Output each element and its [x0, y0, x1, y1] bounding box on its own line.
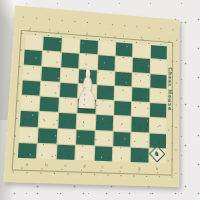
- file-label-a: a: [17, 159, 37, 169]
- square-c8: [62, 38, 80, 53]
- square-e3: [95, 115, 113, 130]
- square-b1: [37, 144, 56, 160]
- square-g3: [132, 117, 149, 132]
- square-h7: [150, 59, 166, 74]
- square-c1: [57, 144, 76, 160]
- file-label-g: g: [130, 163, 148, 173]
- file-label-h: h: [148, 164, 166, 174]
- square-b4: [40, 97, 59, 112]
- square-f3: [114, 116, 131, 131]
- square-h8: [151, 45, 167, 60]
- square-b6: [42, 66, 60, 81]
- square-f4: [114, 101, 131, 116]
- square-b8: [43, 37, 61, 52]
- square-d6: [79, 69, 97, 84]
- square-c5: [60, 83, 78, 98]
- file-label-d: d: [75, 161, 94, 171]
- square-h6: [150, 74, 166, 89]
- square-f6: [115, 71, 132, 86]
- square-g8: [133, 44, 150, 59]
- square-c2: [57, 129, 75, 144]
- square-h4: [150, 103, 167, 118]
- brand-side-text: Chess House: [167, 67, 173, 123]
- square-d5: [78, 84, 96, 99]
- square-d4: [77, 99, 95, 114]
- square-e2: [95, 130, 113, 145]
- square-c7: [61, 53, 79, 68]
- square-b7: [43, 51, 61, 66]
- square-e5: [96, 85, 113, 100]
- square-f5: [114, 86, 131, 101]
- square-d3: [77, 114, 95, 129]
- square-g7: [133, 58, 150, 73]
- square-a6: [23, 65, 42, 80]
- square-f8: [116, 42, 133, 57]
- square-e1: [94, 146, 112, 161]
- brand-logo: ♞: [148, 144, 166, 163]
- square-c4: [59, 98, 77, 113]
- square-b3: [39, 112, 58, 127]
- square-g2: [131, 132, 148, 147]
- square-g4: [132, 102, 149, 117]
- square-h5: [150, 88, 167, 103]
- square-f7: [115, 57, 132, 72]
- square-c6: [60, 68, 78, 83]
- logo-diamond: ♞: [149, 145, 165, 162]
- square-e4: [96, 100, 114, 115]
- square-d2: [76, 130, 94, 145]
- photo-scene: ♟ Chess House ♞ abcdefgh: [0, 0, 200, 200]
- file-label-f: f: [112, 162, 130, 172]
- file-label-c: c: [56, 160, 75, 170]
- square-f2: [113, 131, 130, 146]
- square-a5: [22, 80, 41, 95]
- square-g5: [132, 87, 149, 102]
- square-c3: [58, 113, 76, 128]
- square-e8: [98, 41, 115, 56]
- square-e7: [97, 55, 114, 70]
- chess-board-mat: ♟ Chess House ♞ abcdefgh: [3, 5, 179, 187]
- square-d8: [80, 40, 97, 55]
- square-h3: [149, 118, 166, 133]
- file-label-b: b: [37, 160, 57, 170]
- square-b5: [41, 81, 59, 96]
- square-b2: [38, 128, 57, 144]
- chess-board: [18, 35, 167, 163]
- square-a8: [25, 35, 43, 50]
- square-a2: [19, 127, 38, 143]
- square-a1: [18, 143, 37, 159]
- square-a7: [24, 50, 43, 65]
- square-g6: [133, 73, 150, 88]
- square-a4: [21, 96, 40, 111]
- square-d1: [76, 145, 94, 160]
- square-d7: [79, 54, 97, 69]
- square-a3: [20, 111, 39, 127]
- knight-logo-icon: ♞: [154, 150, 160, 157]
- square-e6: [97, 70, 114, 85]
- file-label-e: e: [93, 162, 112, 172]
- square-g1: [131, 148, 148, 163]
- square-f1: [113, 147, 131, 162]
